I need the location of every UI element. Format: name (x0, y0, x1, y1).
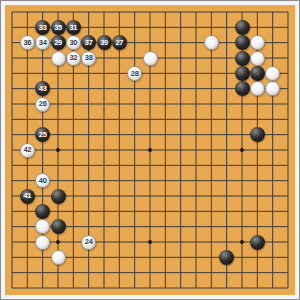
black-stone-move-27: 27 (112, 35, 127, 50)
white-stone (51, 250, 66, 265)
move-number-label: 42 (23, 146, 31, 154)
star-point (240, 240, 244, 244)
white-stone-move-36: 36 (20, 35, 35, 50)
board-grid (5, 5, 295, 295)
white-stone (250, 51, 265, 66)
black-stone (250, 127, 265, 142)
move-number-label: 40 (39, 177, 47, 185)
move-number-label: 41 (23, 192, 31, 200)
black-stone-move-29: 29 (51, 35, 66, 50)
move-number-label: 35 (54, 24, 62, 32)
move-number-label: 33 (39, 24, 47, 32)
move-number-label: 37 (85, 39, 93, 47)
move-number-label: 27 (115, 39, 123, 47)
white-stone (250, 81, 265, 96)
star-point (148, 240, 152, 244)
black-stone (219, 250, 234, 265)
black-stone-move-41: 41 (20, 189, 35, 204)
white-stone (250, 35, 265, 50)
star-point (148, 148, 152, 152)
black-stone (35, 204, 50, 219)
star-point (240, 148, 244, 152)
black-stone-move-35: 35 (51, 20, 66, 35)
move-number-label: 24 (85, 238, 93, 246)
white-stone-move-42: 42 (20, 143, 35, 158)
black-stone (51, 189, 66, 204)
go-board[interactable]: 2425262728293031323334353637383940414243 (5, 5, 295, 295)
white-stone-move-28: 28 (127, 66, 142, 81)
black-stone (235, 20, 250, 35)
white-stone (204, 35, 219, 50)
move-number-label: 43 (39, 85, 47, 93)
white-stone (265, 66, 280, 81)
white-stone-move-30: 30 (66, 35, 81, 50)
white-stone-move-32: 32 (66, 51, 81, 66)
move-number-label: 28 (131, 70, 139, 78)
black-stone (250, 235, 265, 250)
star-point (56, 240, 60, 244)
white-stone-move-38: 38 (81, 51, 96, 66)
black-stone (235, 35, 250, 50)
black-stone (250, 66, 265, 81)
move-number-label: 38 (85, 54, 93, 62)
move-number-label: 32 (69, 54, 77, 62)
move-number-label: 36 (23, 39, 31, 47)
white-stone (143, 51, 158, 66)
star-point (56, 148, 60, 152)
white-stone-move-26: 26 (35, 97, 50, 112)
white-stone-move-24: 24 (81, 235, 96, 250)
move-number-label: 29 (54, 39, 62, 47)
black-stone-move-33: 33 (35, 20, 50, 35)
black-stone (235, 51, 250, 66)
move-number-label: 34 (39, 39, 47, 47)
move-number-label: 30 (69, 39, 77, 47)
move-number-label: 31 (69, 24, 77, 32)
move-number-label: 25 (39, 131, 47, 139)
black-stone (235, 66, 250, 81)
black-stone-move-39: 39 (97, 35, 112, 50)
move-number-label: 39 (100, 39, 108, 47)
black-stone (235, 81, 250, 96)
white-stone (35, 235, 50, 250)
move-number-label: 26 (39, 100, 47, 108)
white-stone (51, 51, 66, 66)
black-stone (51, 219, 66, 234)
board-frame: 2425262728293031323334353637383940414243 (0, 0, 300, 300)
black-stone-move-31: 31 (66, 20, 81, 35)
